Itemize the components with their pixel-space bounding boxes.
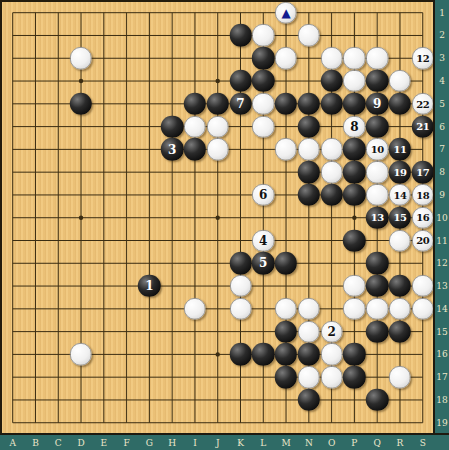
move-number: 12 — [413, 48, 433, 68]
board-top-edge — [0, 0, 434, 2]
stone-K5[interactable]: 7 — [229, 93, 251, 115]
move-number: 8 — [344, 116, 364, 136]
star-point — [79, 216, 83, 220]
stone-L12[interactable]: 5 — [252, 252, 274, 274]
stone-S11[interactable]: 20 — [412, 229, 434, 251]
column-label-D: D — [73, 437, 89, 449]
stone-R7[interactable]: 11 — [389, 138, 411, 160]
go-diagram: ▲12792282131011191761418131516420512 123… — [0, 0, 449, 450]
move-number: 3 — [161, 138, 183, 160]
move-number: 13 — [366, 207, 388, 229]
stone-L9[interactable]: 6 — [252, 184, 274, 206]
row-label-16: 16 — [435, 348, 449, 360]
triangle-marker-icon: ▲ — [276, 2, 296, 22]
column-label-A: A — [5, 437, 21, 449]
stone-Q10[interactable]: 13 — [366, 207, 388, 229]
row-label-1: 1 — [435, 7, 449, 19]
stone-O15[interactable]: 2 — [320, 320, 342, 342]
stone-S9[interactable]: 18 — [412, 184, 434, 206]
move-number: 1 — [138, 275, 160, 297]
column-label-S: S — [415, 437, 431, 449]
row-label-10: 10 — [435, 212, 449, 224]
column-label-K: K — [233, 437, 249, 449]
column-label-R: R — [392, 437, 408, 449]
row-label-3: 3 — [435, 52, 449, 64]
column-label-H: H — [164, 437, 180, 449]
column-label-I: I — [187, 437, 203, 449]
row-label-18: 18 — [435, 394, 449, 406]
row-label-9: 9 — [435, 189, 449, 201]
star-point — [216, 352, 220, 356]
move-number: 15 — [389, 207, 411, 229]
column-label-E: E — [96, 437, 112, 449]
move-number: 6 — [253, 185, 273, 205]
stone-R8[interactable]: 19 — [389, 161, 411, 183]
column-label-M: M — [278, 437, 294, 449]
row-label-4: 4 — [435, 75, 449, 87]
stone-Q5[interactable]: 9 — [366, 93, 388, 115]
stone-S8[interactable]: 17 — [412, 161, 434, 183]
row-coordinates-strip: 12345678910111213141516171819 — [433, 0, 449, 450]
star-point — [216, 79, 220, 83]
column-label-P: P — [346, 437, 362, 449]
stone-L11[interactable]: 4 — [252, 229, 274, 251]
stone-Q7[interactable]: 10 — [366, 138, 388, 160]
move-number: 17 — [412, 161, 434, 183]
row-label-7: 7 — [435, 143, 449, 155]
row-label-14: 14 — [435, 303, 449, 315]
move-number: 18 — [413, 185, 433, 205]
column-label-N: N — [301, 437, 317, 449]
column-label-Q: Q — [369, 437, 385, 449]
move-number: 9 — [366, 93, 388, 115]
row-label-8: 8 — [435, 166, 449, 178]
stone-G13[interactable]: 1 — [138, 275, 160, 297]
move-number: 2 — [321, 321, 341, 341]
row-label-17: 17 — [435, 371, 449, 383]
row-label-15: 15 — [435, 326, 449, 338]
star-point — [79, 79, 83, 83]
stone-S10[interactable]: 16 — [412, 207, 434, 229]
column-label-L: L — [255, 437, 271, 449]
move-number: 20 — [413, 230, 433, 250]
row-label-5: 5 — [435, 98, 449, 110]
move-number: 7 — [229, 93, 251, 115]
column-coordinates-strip: ABCDEFGHIJKLMNOPQRS — [0, 433, 449, 450]
column-label-O: O — [324, 437, 340, 449]
move-number: 14 — [390, 185, 410, 205]
move-number: 10 — [367, 139, 387, 159]
stone-S3[interactable]: 12 — [412, 47, 434, 69]
move-number: 19 — [389, 161, 411, 183]
row-label-13: 13 — [435, 280, 449, 292]
stone-P6[interactable]: 8 — [343, 115, 365, 137]
column-label-F: F — [119, 437, 135, 449]
board-left-edge — [0, 0, 2, 433]
move-number: 16 — [413, 208, 433, 228]
move-number: 21 — [412, 115, 434, 137]
row-label-2: 2 — [435, 29, 449, 41]
row-label-11: 11 — [435, 235, 449, 247]
move-number: 5 — [252, 252, 274, 274]
stone-S6[interactable]: 21 — [412, 115, 434, 137]
row-label-12: 12 — [435, 257, 449, 269]
stone-R10[interactable]: 15 — [389, 207, 411, 229]
move-number: 11 — [389, 138, 411, 160]
row-label-19: 19 — [435, 417, 449, 429]
move-number: 22 — [413, 94, 433, 114]
stone-M1[interactable]: ▲ — [275, 1, 297, 23]
row-label-6: 6 — [435, 121, 449, 133]
goban[interactable]: ▲12792282131011191761418131516420512 — [0, 0, 434, 433]
stone-H7[interactable]: 3 — [161, 138, 183, 160]
column-label-C: C — [50, 437, 66, 449]
star-point — [352, 216, 356, 220]
star-point — [216, 216, 220, 220]
column-label-J: J — [210, 437, 226, 449]
column-label-B: B — [27, 437, 43, 449]
move-number: 4 — [253, 230, 273, 250]
stone-S5[interactable]: 22 — [412, 93, 434, 115]
stone-R9[interactable]: 14 — [389, 184, 411, 206]
column-label-G: G — [141, 437, 157, 449]
